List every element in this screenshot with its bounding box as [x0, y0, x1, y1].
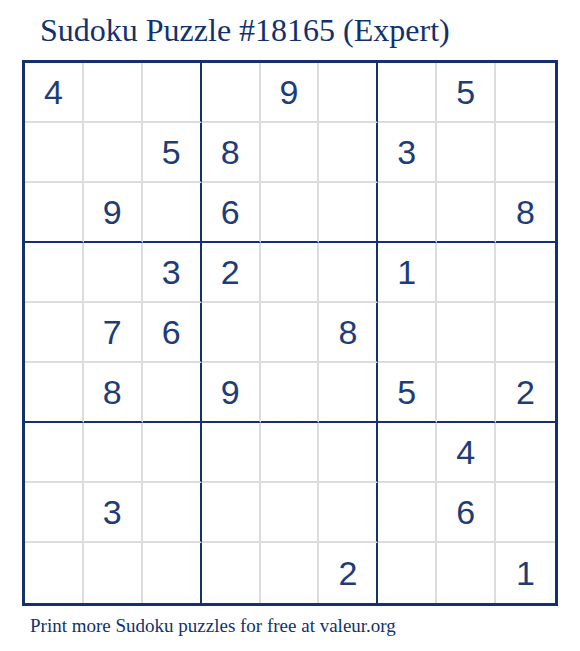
cell-r3c2[interactable]: 9	[84, 183, 143, 243]
cell-r7c5[interactable]	[261, 423, 320, 483]
cell-r9c9[interactable]: 1	[496, 543, 555, 603]
cell-r2c4[interactable]: 8	[202, 123, 261, 183]
cell-r3c6[interactable]	[319, 183, 378, 243]
cell-r2c5[interactable]	[261, 123, 320, 183]
cell-r3c8[interactable]	[437, 183, 496, 243]
cell-r5c4[interactable]	[202, 303, 261, 363]
cell-r1c4[interactable]	[202, 63, 261, 123]
cell-r4c1[interactable]	[25, 243, 84, 303]
cell-r1c2[interactable]	[84, 63, 143, 123]
cell-r4c2[interactable]	[84, 243, 143, 303]
cell-r8c3[interactable]	[143, 483, 202, 543]
cell-r6c9[interactable]: 2	[496, 363, 555, 423]
cell-r6c4[interactable]: 9	[202, 363, 261, 423]
cell-r2c9[interactable]	[496, 123, 555, 183]
cell-r8c9[interactable]	[496, 483, 555, 543]
cell-r2c7[interactable]: 3	[378, 123, 437, 183]
cell-r9c6[interactable]: 2	[319, 543, 378, 603]
cell-r7c9[interactable]	[496, 423, 555, 483]
cell-r4c7[interactable]: 1	[378, 243, 437, 303]
sudoku-grid: 495583968321768895243621	[22, 60, 558, 606]
cell-r1c5[interactable]: 9	[261, 63, 320, 123]
cell-r4c8[interactable]	[437, 243, 496, 303]
cell-r2c2[interactable]	[84, 123, 143, 183]
cell-r4c3[interactable]: 3	[143, 243, 202, 303]
cell-r5c7[interactable]	[378, 303, 437, 363]
cell-r1c1[interactable]: 4	[25, 63, 84, 123]
cell-r9c1[interactable]	[25, 543, 84, 603]
cell-r1c6[interactable]	[319, 63, 378, 123]
cell-r5c1[interactable]	[25, 303, 84, 363]
cell-r9c2[interactable]	[84, 543, 143, 603]
cell-r3c7[interactable]	[378, 183, 437, 243]
cell-r1c3[interactable]	[143, 63, 202, 123]
cell-r4c5[interactable]	[261, 243, 320, 303]
cell-r8c7[interactable]	[378, 483, 437, 543]
cell-r6c8[interactable]	[437, 363, 496, 423]
cell-r6c7[interactable]: 5	[378, 363, 437, 423]
cell-r4c4[interactable]: 2	[202, 243, 261, 303]
cell-r2c6[interactable]	[319, 123, 378, 183]
cell-r9c5[interactable]	[261, 543, 320, 603]
cell-r8c6[interactable]	[319, 483, 378, 543]
cell-r8c8[interactable]: 6	[437, 483, 496, 543]
cell-r8c5[interactable]	[261, 483, 320, 543]
cell-r6c1[interactable]	[25, 363, 84, 423]
cell-r4c9[interactable]	[496, 243, 555, 303]
cell-r6c6[interactable]	[319, 363, 378, 423]
cell-r8c1[interactable]	[25, 483, 84, 543]
cell-r2c3[interactable]: 5	[143, 123, 202, 183]
cell-r3c5[interactable]	[261, 183, 320, 243]
cell-r2c1[interactable]	[25, 123, 84, 183]
sudoku-page: Sudoku Puzzle #18165 (Expert) 4955839683…	[0, 0, 580, 651]
cell-r9c4[interactable]	[202, 543, 261, 603]
footer-text: Print more Sudoku puzzles for free at va…	[30, 615, 396, 637]
cell-r7c2[interactable]	[84, 423, 143, 483]
cell-r5c8[interactable]	[437, 303, 496, 363]
cell-r1c7[interactable]	[378, 63, 437, 123]
cell-r3c4[interactable]: 6	[202, 183, 261, 243]
cell-r7c4[interactable]	[202, 423, 261, 483]
cell-r8c2[interactable]: 3	[84, 483, 143, 543]
cell-r5c5[interactable]	[261, 303, 320, 363]
cell-r6c5[interactable]	[261, 363, 320, 423]
cell-r3c1[interactable]	[25, 183, 84, 243]
cell-r9c7[interactable]	[378, 543, 437, 603]
cell-r1c9[interactable]	[496, 63, 555, 123]
cell-r5c2[interactable]: 7	[84, 303, 143, 363]
cell-r5c3[interactable]: 6	[143, 303, 202, 363]
cell-r1c8[interactable]: 5	[437, 63, 496, 123]
cell-r6c2[interactable]: 8	[84, 363, 143, 423]
cell-r5c6[interactable]: 8	[319, 303, 378, 363]
cell-r8c4[interactable]	[202, 483, 261, 543]
cell-r3c9[interactable]: 8	[496, 183, 555, 243]
cell-r2c8[interactable]	[437, 123, 496, 183]
cell-r6c3[interactable]	[143, 363, 202, 423]
cell-r9c3[interactable]	[143, 543, 202, 603]
page-title: Sudoku Puzzle #18165 (Expert)	[40, 12, 450, 48]
cell-r5c9[interactable]	[496, 303, 555, 363]
cell-r7c3[interactable]	[143, 423, 202, 483]
cell-r7c1[interactable]	[25, 423, 84, 483]
cell-r9c8[interactable]	[437, 543, 496, 603]
cell-r7c6[interactable]	[319, 423, 378, 483]
cell-r3c3[interactable]	[143, 183, 202, 243]
cell-r4c6[interactable]	[319, 243, 378, 303]
cell-r7c8[interactable]: 4	[437, 423, 496, 483]
cell-r7c7[interactable]	[378, 423, 437, 483]
